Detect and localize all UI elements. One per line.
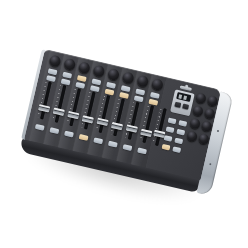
screw-icon <box>217 130 219 132</box>
fader-cap <box>53 107 65 115</box>
master-encoder-knob <box>198 133 210 145</box>
fader-cap <box>97 118 109 126</box>
master-button-grid <box>161 115 191 155</box>
fader-cap <box>126 124 138 132</box>
channel-button-gray <box>93 137 103 144</box>
master-button-gray <box>178 120 187 127</box>
layer-a-button <box>174 102 181 108</box>
channel-button-gray <box>134 95 144 102</box>
master-encoder-knob <box>201 120 213 132</box>
channel-button-gray <box>46 75 56 82</box>
layer-b-button <box>182 104 189 110</box>
screw-icon <box>209 163 211 165</box>
channel-button-tan <box>119 92 129 99</box>
channel-button-tan <box>148 99 158 106</box>
channel-button-gray <box>106 82 116 89</box>
fader-cap <box>111 122 123 130</box>
channel-button-gray <box>64 131 74 138</box>
segment-display <box>176 92 191 102</box>
channel-button-tan <box>79 134 89 141</box>
channel-button-gray <box>137 147 147 154</box>
channel-button-tan <box>105 89 115 96</box>
fader-cap <box>140 129 152 137</box>
channel-button-gray <box>48 68 58 75</box>
master-button-gray <box>172 146 181 153</box>
fader-cap <box>67 111 79 119</box>
channel-button-gray <box>135 89 145 96</box>
master-button-gray <box>168 118 177 125</box>
master-encoder-knob <box>207 95 219 107</box>
fader-cap <box>82 115 94 123</box>
lcd-digit <box>183 95 187 100</box>
master-button-tan <box>162 144 171 151</box>
channel-button-tan <box>77 75 87 82</box>
master-encoder-knob <box>204 108 216 120</box>
channel-button-gray <box>61 79 71 86</box>
fader-cap <box>38 104 50 112</box>
master-button-gray <box>164 135 173 142</box>
channel-button-gray <box>122 144 132 151</box>
lcd-digit <box>178 94 182 99</box>
channel-button-gray <box>62 72 72 79</box>
channel-button-gray <box>150 92 160 99</box>
master-encoder-knob <box>195 92 207 104</box>
master-button-gray <box>166 126 175 133</box>
product-photo-canvas <box>0 0 248 248</box>
master-button-gray <box>174 138 183 145</box>
master-encoder-knob <box>192 105 204 117</box>
channel-button-gray <box>121 85 131 92</box>
channel-button-gray <box>35 124 45 131</box>
channel-encoder-knob <box>151 78 164 91</box>
channel-button-gray <box>91 78 101 85</box>
channel-button-gray <box>49 127 59 134</box>
channel-button-gray <box>108 141 118 148</box>
channel-button-gray <box>90 85 100 92</box>
master-button-gray <box>176 129 185 136</box>
channel-button-gray <box>75 82 85 89</box>
